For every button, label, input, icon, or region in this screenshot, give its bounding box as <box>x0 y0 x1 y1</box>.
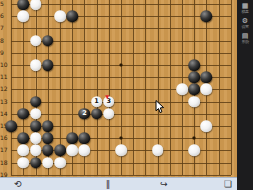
row-coordinate-label: 8 <box>0 38 9 44</box>
white-stone <box>188 96 200 108</box>
go-app-screen: 5678910111213141516171819132 ▦棋盘⚙设置▤形势 ⟲… <box>0 0 253 190</box>
grid-line <box>11 53 231 54</box>
black-stone <box>18 0 30 10</box>
star-point <box>120 137 123 140</box>
black-stone <box>54 145 66 157</box>
white-stone <box>188 145 200 157</box>
move-number: 2 <box>82 111 87 118</box>
black-stone <box>18 132 30 144</box>
grid-line <box>231 0 232 175</box>
white-stone <box>176 84 188 96</box>
black-stone <box>79 132 91 144</box>
right-sidebar: ▦棋盘⚙设置▤形势 <box>237 0 253 190</box>
board-icon[interactable]: ❏ <box>224 178 232 190</box>
row-coordinate-label: 17 <box>0 147 9 153</box>
undo-icon[interactable]: ⟲ <box>14 178 22 190</box>
black-stone <box>42 145 54 157</box>
move-number: 1 <box>94 98 99 105</box>
sidebar-button-board-icon[interactable]: ▦棋盘 <box>237 2 253 16</box>
white-stone <box>54 157 66 169</box>
star-point <box>120 64 123 67</box>
redo-icon[interactable]: ↪ <box>160 178 168 190</box>
sidebar-button-label: 棋盘 <box>242 10 249 14</box>
grid-line <box>145 0 146 175</box>
grid-line <box>11 114 231 115</box>
grid-line <box>11 4 231 5</box>
white-stone <box>30 35 42 47</box>
black-stone <box>18 108 30 120</box>
row-coordinate-label: 13 <box>0 99 9 105</box>
sidebar-button-label: 形势 <box>242 40 249 44</box>
black-stone <box>188 59 200 71</box>
black-stone <box>42 59 54 71</box>
grid-line <box>11 0 12 175</box>
white-stone: 1 <box>91 96 103 108</box>
sidebar-button-gear-icon[interactable]: ⚙设置 <box>237 17 253 31</box>
white-stone <box>42 157 54 169</box>
black-stone <box>188 84 200 96</box>
pause-icon[interactable]: ‖ <box>106 178 111 190</box>
white-stone <box>201 84 213 96</box>
row-coordinate-label: 7 <box>0 25 9 31</box>
row-coordinate-label: 5 <box>0 1 9 7</box>
row-coordinate-label: 9 <box>0 50 9 56</box>
grid-line <box>219 0 220 175</box>
white-stone <box>30 59 42 71</box>
black-stone <box>66 10 78 22</box>
row-coordinate-label: 14 <box>0 111 9 117</box>
sidebar-button-label: 设置 <box>242 25 249 29</box>
grid-line <box>170 0 171 175</box>
row-coordinate-label: 6 <box>0 13 9 19</box>
row-coordinate-label: 10 <box>0 62 9 68</box>
mouse-cursor-icon <box>155 99 165 118</box>
white-stone <box>18 157 30 169</box>
grid-line <box>11 28 231 29</box>
white-stone <box>30 0 42 10</box>
black-stone <box>30 157 42 169</box>
row-coordinate-label: 11 <box>0 74 9 80</box>
move-number: 3 <box>107 98 112 105</box>
black-stone <box>188 71 200 83</box>
grid-line <box>133 0 134 175</box>
black-stone <box>66 132 78 144</box>
black-stone <box>5 120 17 132</box>
sidebar-button-panel-icon[interactable]: ▤形势 <box>237 32 253 46</box>
white-stone <box>201 120 213 132</box>
bottom-toolbar: ⟲‖↪❏ <box>0 177 237 190</box>
black-stone <box>42 120 54 132</box>
white-stone: 3 <box>103 96 115 108</box>
black-stone <box>30 120 42 132</box>
white-stone <box>79 145 91 157</box>
white-stone <box>103 108 115 120</box>
star-point <box>193 137 196 140</box>
grid-line <box>11 175 231 176</box>
white-stone <box>66 145 78 157</box>
black-stone <box>91 108 103 120</box>
black-stone <box>42 132 54 144</box>
black-stone: 2 <box>79 108 91 120</box>
white-stone <box>152 145 164 157</box>
white-stone <box>30 108 42 120</box>
grid-line <box>11 16 231 17</box>
white-stone <box>18 10 30 22</box>
row-coordinate-label: 16 <box>0 135 9 141</box>
white-stone <box>18 145 30 157</box>
white-stone <box>30 132 42 144</box>
row-coordinate-label: 18 <box>0 160 9 166</box>
white-stone <box>30 145 42 157</box>
black-stone <box>30 96 42 108</box>
black-stone <box>201 71 213 83</box>
grid-line <box>109 0 110 175</box>
white-stone <box>115 145 127 157</box>
row-coordinate-label: 12 <box>0 86 9 92</box>
black-stone <box>42 35 54 47</box>
grid-line <box>97 0 98 175</box>
white-stone <box>54 10 66 22</box>
go-board[interactable]: 5678910111213141516171819132 <box>0 0 237 190</box>
last-move-marker-icon <box>106 95 110 99</box>
black-stone <box>201 10 213 22</box>
